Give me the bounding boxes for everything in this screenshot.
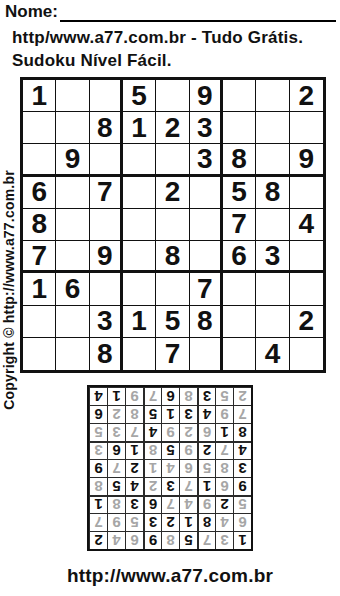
sudoku-cell: 1 — [23, 80, 56, 112]
sudoku-cell: 1 — [123, 112, 156, 144]
sudoku-cell[interactable] — [256, 144, 289, 176]
sudoku-cell[interactable] — [190, 209, 223, 241]
sudoku-cell: 8 — [190, 306, 223, 338]
solution-cell: 2 — [161, 513, 179, 531]
solution-cell: 6 — [197, 423, 215, 441]
solution-cell: 2 — [179, 423, 197, 441]
solution-cell: 4 — [107, 531, 125, 549]
solution-cell: 7 — [215, 441, 233, 459]
solution-cell: 9 — [125, 387, 143, 405]
solution-cell: 5 — [89, 423, 107, 441]
solution-cell: 4 — [125, 477, 143, 495]
sudoku-cell[interactable] — [223, 80, 256, 112]
solution-cell: 4 — [143, 423, 161, 441]
solution-cell: 6 — [143, 495, 161, 513]
sudoku-cell: 8 — [256, 177, 289, 209]
sudoku-cell: 8 — [90, 112, 123, 144]
solution-cell: 4 — [179, 495, 197, 513]
sudoku-cell[interactable] — [56, 209, 89, 241]
sudoku-cell[interactable] — [56, 306, 89, 338]
sudoku-cell: 9 — [56, 144, 89, 176]
sudoku-cell: 9 — [290, 144, 323, 176]
sudoku-cell — [290, 338, 323, 370]
sudoku-cell[interactable] — [123, 338, 156, 370]
sudoku-cell: 7 — [223, 209, 256, 241]
solution-cell: 6 — [215, 477, 233, 495]
solution-cell: 5 — [179, 531, 197, 549]
sudoku-cell[interactable] — [223, 112, 256, 144]
solution-cell: 4 — [89, 387, 107, 405]
solution-cell: 1 — [107, 387, 125, 405]
sudoku-cell: 8 — [90, 338, 123, 370]
solution-cell: 1 — [143, 459, 161, 477]
solution-cell: 2 — [233, 387, 251, 405]
solution-cell: 5 — [215, 387, 233, 405]
solution-cell: 4 — [233, 441, 251, 459]
solution-cell: 9 — [215, 405, 233, 423]
sudoku-cell[interactable] — [290, 177, 323, 209]
sudoku-cell[interactable] — [90, 144, 123, 176]
sudoku-cell[interactable] — [256, 80, 289, 112]
sudoku-cell[interactable] — [123, 209, 156, 241]
sudoku-cell[interactable] — [123, 144, 156, 176]
solution-cell: 7 — [107, 459, 125, 477]
page-title: Sudoku Nível Fácil. — [12, 51, 172, 71]
solution-cell: 6 — [89, 405, 107, 423]
sudoku-cell[interactable] — [156, 273, 189, 305]
sudoku-cell[interactable] — [156, 209, 189, 241]
solution-cell: 3 — [161, 477, 179, 495]
sudoku-cell[interactable] — [256, 112, 289, 144]
solution-cell: 5 — [143, 405, 161, 423]
solution-cell: 9 — [161, 423, 179, 441]
sudoku-cell[interactable] — [23, 144, 56, 176]
sudoku-cell[interactable] — [90, 209, 123, 241]
sudoku-cell: 2 — [290, 306, 323, 338]
sudoku-cell[interactable] — [123, 177, 156, 209]
sudoku-cell[interactable] — [56, 177, 89, 209]
sudoku-cell: 4 — [256, 338, 289, 370]
sudoku-cell: 1 — [23, 273, 56, 305]
solution-cell: 1 — [125, 441, 143, 459]
solution-grid: 1375896426481235975294763819617324583856… — [87, 385, 253, 551]
solution-cell: 9 — [89, 459, 107, 477]
sudoku-cell[interactable] — [90, 273, 123, 305]
name-row: Nome: — [5, 2, 336, 22]
solution-cell: 5 — [107, 477, 125, 495]
site-title: http/www.a77.com.br - Tudo Grátis. — [12, 28, 303, 48]
sudoku-cell[interactable] — [90, 80, 123, 112]
solution-cell: 7 — [179, 477, 197, 495]
sudoku-cell[interactable] — [190, 177, 223, 209]
sudoku-cell[interactable] — [290, 112, 323, 144]
solution-cell: 5 — [197, 459, 215, 477]
sudoku-cell[interactable] — [56, 80, 89, 112]
solution-cell: 3 — [125, 495, 143, 513]
solution-cell: 3 — [215, 531, 233, 549]
solution-cell: 8 — [161, 531, 179, 549]
sudoku-cell: 2 — [290, 80, 323, 112]
solution-cell: 8 — [215, 459, 233, 477]
solution-cell: 3 — [179, 405, 197, 423]
solution-cell: 9 — [143, 531, 161, 549]
sudoku-cell: 5 — [156, 306, 189, 338]
sudoku-cell[interactable] — [56, 338, 89, 370]
solution-cell: 1 — [161, 405, 179, 423]
sudoku-cell[interactable] — [23, 338, 56, 370]
sudoku-cell[interactable] — [123, 241, 156, 273]
sudoku-cell[interactable] — [256, 273, 289, 305]
solution-cell: 6 — [233, 513, 251, 531]
sudoku-cell: 7 — [90, 177, 123, 209]
solution-cell: 8 — [233, 423, 251, 441]
solution-cell: 9 — [179, 441, 197, 459]
sudoku-cell: 9 — [90, 241, 123, 273]
sudoku-cell[interactable] — [123, 273, 156, 305]
solution-cell: 1 — [89, 495, 107, 513]
sudoku-cell: 5 — [223, 177, 256, 209]
solution-cell: 4 — [215, 513, 233, 531]
sudoku-cell: 8 — [156, 241, 189, 273]
sudoku-printable-page: Nome: http/www.a77.com.br - Tudo Grátis.… — [0, 0, 340, 596]
sudoku-cell[interactable] — [156, 144, 189, 176]
solution-cell: 4 — [197, 405, 215, 423]
solution-cell: 5 — [125, 513, 143, 531]
solution-cell: 4 — [161, 459, 179, 477]
solution-cell: 1 — [179, 513, 197, 531]
sudoku-cell[interactable] — [190, 338, 223, 370]
solution-cell: 7 — [197, 531, 215, 549]
sudoku-cell: 2 — [156, 177, 189, 209]
sudoku-cell[interactable] — [290, 241, 323, 273]
solution-cell: 8 — [125, 405, 143, 423]
solution-cell: 5 — [161, 441, 179, 459]
solution-cell: 8 — [179, 387, 197, 405]
sudoku-cell[interactable] — [56, 241, 89, 273]
copyright-text: Copyright © http://www.a77.com.br — [1, 170, 17, 410]
sudoku-cell[interactable] — [23, 112, 56, 144]
sudoku-cell: 6 — [223, 241, 256, 273]
solution-cell: 3 — [89, 441, 107, 459]
sudoku-cell: 6 — [56, 273, 89, 305]
solution-cell: 2 — [107, 405, 125, 423]
solution-cell: 6 — [179, 459, 197, 477]
sudoku-cell: 4 — [290, 209, 323, 241]
sudoku-cell[interactable] — [23, 306, 56, 338]
solution-cell: 6 — [125, 531, 143, 549]
sudoku-cell[interactable] — [156, 80, 189, 112]
sudoku-cell[interactable] — [256, 209, 289, 241]
solution-cell: 2 — [125, 459, 143, 477]
sudoku-grid: 159281239389672588747986316731582874 — [20, 77, 326, 373]
solution-cell: 8 — [143, 441, 161, 459]
sudoku-cell: 3 — [190, 112, 223, 144]
solution-cell: 3 — [107, 423, 125, 441]
sudoku-cell[interactable] — [223, 273, 256, 305]
sudoku-cell: 8 — [223, 144, 256, 176]
solution-cell: 8 — [89, 477, 107, 495]
sudoku-cell: 6 — [23, 177, 56, 209]
solution-cell: 9 — [107, 513, 125, 531]
sudoku-cell: 3 — [90, 306, 123, 338]
sudoku-cell: 2 — [156, 112, 189, 144]
name-underline — [60, 3, 336, 22]
sudoku-cell: 5 — [123, 80, 156, 112]
name-label: Nome: — [5, 2, 58, 22]
solution-cell: 7 — [161, 495, 179, 513]
sudoku-cell[interactable] — [223, 338, 256, 370]
sudoku-cell: 8 — [23, 209, 56, 241]
solution-cell: 8 — [107, 495, 125, 513]
solution-cell: 3 — [197, 387, 215, 405]
solution-cell: 2 — [89, 531, 107, 549]
solution-cell: 9 — [197, 495, 215, 513]
solution-cell: 9 — [233, 477, 251, 495]
solution-cell: 3 — [143, 513, 161, 531]
solution-cell: 2 — [143, 477, 161, 495]
sudoku-cell: 9 — [190, 80, 223, 112]
solution-cell: 2 — [215, 495, 233, 513]
solution-cell: 1 — [197, 477, 215, 495]
solution-cell: 1 — [215, 423, 233, 441]
sudoku-cell: 7 — [23, 241, 56, 273]
solution-cell: 7 — [89, 513, 107, 531]
solution-cell: 5 — [233, 495, 251, 513]
sudoku-cell[interactable] — [223, 306, 256, 338]
footer-url: http://www.a77.com.br — [0, 565, 340, 587]
solution-cell: 8 — [197, 513, 215, 531]
solution-cell: 7 — [125, 423, 143, 441]
solution-cell: 6 — [161, 387, 179, 405]
sudoku-cell: 1 — [123, 306, 156, 338]
solution-cell: 1 — [233, 531, 251, 549]
solution-cell: 7 — [233, 405, 251, 423]
sudoku-cell: 3 — [190, 144, 223, 176]
solution-cell: 6 — [107, 441, 125, 459]
sudoku-cell: 7 — [190, 273, 223, 305]
solution-cell: 2 — [197, 441, 215, 459]
sudoku-cell[interactable] — [56, 112, 89, 144]
sudoku-cell[interactable] — [290, 273, 323, 305]
solution-cell: 7 — [143, 387, 161, 405]
sudoku-cell: 7 — [156, 338, 189, 370]
solution-cell: 3 — [233, 459, 251, 477]
sudoku-cell: 3 — [256, 241, 289, 273]
sudoku-cell[interactable] — [256, 306, 289, 338]
sudoku-cell[interactable] — [190, 241, 223, 273]
